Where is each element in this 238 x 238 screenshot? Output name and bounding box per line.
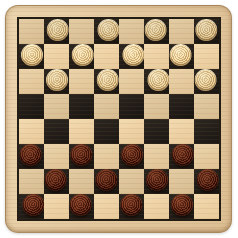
square-r3c6[interactable] xyxy=(169,94,194,119)
square-r6c4[interactable] xyxy=(119,169,144,194)
square-r2c0[interactable] xyxy=(19,69,44,94)
dark-checker-piece[interactable] xyxy=(171,194,193,216)
square-r5c3[interactable] xyxy=(94,144,119,169)
square-r3c4[interactable] xyxy=(119,94,144,119)
dark-checker-piece[interactable] xyxy=(44,169,66,191)
square-r2c4[interactable] xyxy=(119,69,144,94)
square-r7c6[interactable] xyxy=(169,194,194,219)
light-checker-piece[interactable] xyxy=(46,19,68,41)
light-checker-piece[interactable] xyxy=(194,69,216,91)
light-checker-piece[interactable] xyxy=(96,69,118,91)
square-r0c7[interactable] xyxy=(194,19,219,44)
square-r3c7[interactable] xyxy=(194,94,219,119)
square-r4c4[interactable] xyxy=(119,119,144,144)
dark-checker-piece[interactable] xyxy=(120,194,142,216)
square-r5c7[interactable] xyxy=(194,144,219,169)
square-r2c3[interactable] xyxy=(94,69,119,94)
square-r2c1[interactable] xyxy=(44,69,69,94)
light-checker-piece[interactable] xyxy=(195,19,217,41)
square-r3c1[interactable] xyxy=(44,94,69,119)
dark-checker-piece[interactable] xyxy=(146,169,168,191)
light-checker-piece[interactable] xyxy=(97,19,119,41)
square-r1c1[interactable] xyxy=(44,44,69,69)
square-r2c2[interactable] xyxy=(69,69,94,94)
square-r0c1[interactable] xyxy=(44,19,69,44)
square-r7c0[interactable] xyxy=(19,194,44,219)
square-r2c6[interactable] xyxy=(169,69,194,94)
square-r1c6[interactable] xyxy=(169,44,194,69)
square-r4c5[interactable] xyxy=(144,119,169,144)
photo-background xyxy=(0,0,238,238)
square-r0c6[interactable] xyxy=(169,19,194,44)
square-r7c3[interactable] xyxy=(94,194,119,219)
square-r1c0[interactable] xyxy=(19,44,44,69)
square-r4c3[interactable] xyxy=(94,119,119,144)
square-r4c2[interactable] xyxy=(69,119,94,144)
square-r6c6[interactable] xyxy=(169,169,194,194)
square-r3c5[interactable] xyxy=(144,94,169,119)
light-checker-piece[interactable] xyxy=(46,69,68,91)
dark-checker-piece[interactable] xyxy=(22,194,44,216)
dark-checker-piece[interactable] xyxy=(95,169,117,191)
board-grid xyxy=(17,17,221,221)
square-r6c7[interactable] xyxy=(194,169,219,194)
square-r6c0[interactable] xyxy=(19,169,44,194)
light-checker-piece[interactable] xyxy=(122,44,144,66)
light-checker-piece[interactable] xyxy=(21,44,43,66)
square-r7c1[interactable] xyxy=(44,194,69,219)
square-r6c5[interactable] xyxy=(144,169,169,194)
square-r0c4[interactable] xyxy=(119,19,144,44)
dark-checker-piece[interactable] xyxy=(69,194,91,216)
square-r5c4[interactable] xyxy=(119,144,144,169)
square-r1c2[interactable] xyxy=(69,44,94,69)
square-r3c3[interactable] xyxy=(94,94,119,119)
light-checker-piece[interactable] xyxy=(169,44,191,66)
square-r4c6[interactable] xyxy=(169,119,194,144)
square-r1c4[interactable] xyxy=(119,44,144,69)
light-checker-piece[interactable] xyxy=(147,69,169,91)
dark-checker-piece[interactable] xyxy=(19,144,41,166)
square-r2c5[interactable] xyxy=(144,69,169,94)
square-r6c1[interactable] xyxy=(44,169,69,194)
square-r3c0[interactable] xyxy=(19,94,44,119)
dark-checker-piece[interactable] xyxy=(121,144,143,166)
square-r7c2[interactable] xyxy=(69,194,94,219)
square-r7c4[interactable] xyxy=(119,194,144,219)
square-r1c3[interactable] xyxy=(94,44,119,69)
square-r3c2[interactable] xyxy=(69,94,94,119)
square-r7c7[interactable] xyxy=(194,194,219,219)
square-r4c1[interactable] xyxy=(44,119,69,144)
square-r1c5[interactable] xyxy=(144,44,169,69)
square-r0c0[interactable] xyxy=(19,19,44,44)
light-checker-piece[interactable] xyxy=(144,19,166,41)
square-r0c3[interactable] xyxy=(94,19,119,44)
checkers-board xyxy=(5,5,232,233)
square-r5c0[interactable] xyxy=(19,144,44,169)
square-r4c7[interactable] xyxy=(194,119,219,144)
square-r1c7[interactable] xyxy=(194,44,219,69)
square-r5c2[interactable] xyxy=(69,144,94,169)
dark-checker-piece[interactable] xyxy=(196,169,218,191)
square-r4c0[interactable] xyxy=(19,119,44,144)
square-r2c7[interactable] xyxy=(194,69,219,94)
square-r5c6[interactable] xyxy=(169,144,194,169)
square-r0c5[interactable] xyxy=(144,19,169,44)
square-r5c5[interactable] xyxy=(144,144,169,169)
square-r6c2[interactable] xyxy=(69,169,94,194)
square-r0c2[interactable] xyxy=(69,19,94,44)
dark-checker-piece[interactable] xyxy=(171,144,193,166)
square-r5c1[interactable] xyxy=(44,144,69,169)
dark-checker-piece[interactable] xyxy=(70,144,92,166)
square-r6c3[interactable] xyxy=(94,169,119,194)
square-r7c5[interactable] xyxy=(144,194,169,219)
light-checker-piece[interactable] xyxy=(71,44,93,66)
